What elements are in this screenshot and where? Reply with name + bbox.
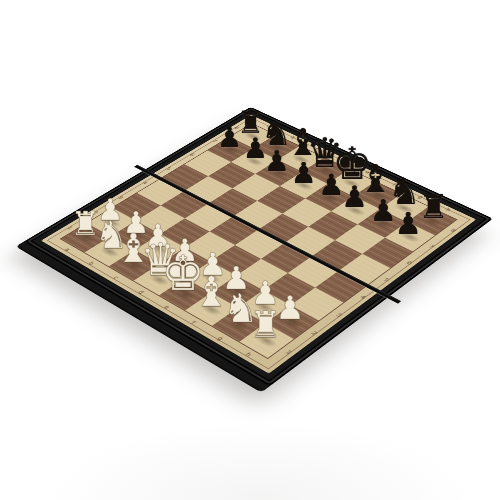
piece-shadow <box>146 272 172 288</box>
piece-shadow <box>172 286 199 302</box>
piece-shadow <box>365 188 391 202</box>
board-wood-border: abcdefgh abcdefgh 87654321 87654321 <box>41 115 476 374</box>
piece-shadow <box>198 301 225 318</box>
piece-shadow <box>242 155 266 168</box>
piece-shadow <box>225 316 253 333</box>
piece-shadow <box>252 332 280 349</box>
piece-shadow <box>241 130 265 142</box>
chess-board: abcdefgh abcdefgh 87654321 87654321 <box>24 107 493 386</box>
piece-shadow <box>197 269 224 285</box>
piece-shadow <box>291 178 316 191</box>
piece-shadow <box>391 201 417 215</box>
piece-shadow <box>97 244 122 259</box>
product-photo: abcdefgh abcdefgh 87654321 87654321 ♜♞♝♛… <box>0 0 500 500</box>
piece-shadow <box>147 241 173 256</box>
piece-shadow <box>219 143 243 156</box>
piece-shadow <box>121 257 147 272</box>
piece-shadow <box>251 298 278 315</box>
piece-shadow <box>289 152 313 165</box>
piece-shadow <box>278 313 306 330</box>
piece-shadow <box>343 203 369 217</box>
piece-shadow <box>369 216 395 230</box>
piece-shadow <box>266 166 291 179</box>
piece-shadow <box>313 164 338 177</box>
board-grid <box>61 124 456 358</box>
piece-shadow <box>224 283 251 299</box>
piece-shadow <box>99 215 124 229</box>
piece-shadow <box>418 214 444 228</box>
piece-shadow <box>264 141 288 154</box>
piece-shadow <box>317 191 342 205</box>
piece-shadow <box>123 228 148 243</box>
piece-shadow <box>397 229 424 244</box>
piece-shadow <box>339 176 364 189</box>
piece-shadow <box>172 255 198 270</box>
background-shadow-smudge <box>0 390 500 500</box>
piece-shadow <box>73 230 98 245</box>
